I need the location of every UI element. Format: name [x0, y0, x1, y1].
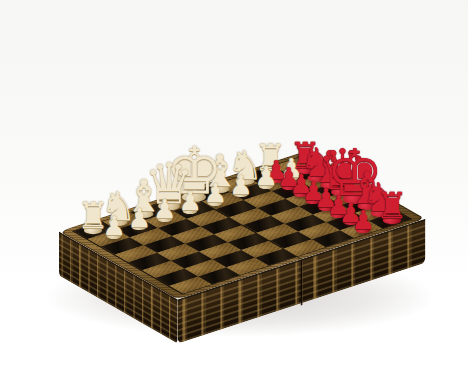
- red-piece-base: [331, 213, 345, 219]
- red-piece-base: [356, 227, 370, 233]
- red-piece-base: [344, 220, 358, 226]
- white-piece-base: [183, 208, 197, 214]
- white-piece-base: [234, 192, 248, 198]
- white-piece-base: [284, 175, 298, 181]
- white-piece-base: [134, 210, 153, 218]
- white-piece-base: [158, 216, 172, 222]
- white-piece-base: [261, 169, 279, 177]
- red-piece-base: [370, 209, 389, 217]
- white-piece-base: [84, 227, 102, 235]
- red-piece-base: [319, 205, 333, 211]
- white-piece-base: [236, 177, 255, 185]
- red-piece-base: [383, 217, 401, 225]
- red-piece-base: [269, 177, 283, 183]
- red-piece-base: [296, 167, 314, 175]
- red-piece-base: [294, 191, 308, 197]
- white-piece-base: [132, 225, 146, 231]
- red-piece-base: [282, 184, 296, 190]
- red-piece-base: [306, 198, 320, 204]
- hinge-seam-side: [301, 261, 302, 305]
- white-piece-base: [210, 185, 229, 193]
- white-piece-base: [208, 200, 222, 206]
- white-piece-base: [109, 218, 128, 226]
- photo-scene: ♜♞♝♛♚♝♞♜♟♟♟♟♟♟♟♟♜♞♝♛♚♝♞♜♟♟♟♟♟♟♟♟: [0, 0, 468, 382]
- white-piece-base: [107, 233, 121, 239]
- white-piece-base: [182, 192, 206, 202]
- white-piece-base: [259, 183, 273, 189]
